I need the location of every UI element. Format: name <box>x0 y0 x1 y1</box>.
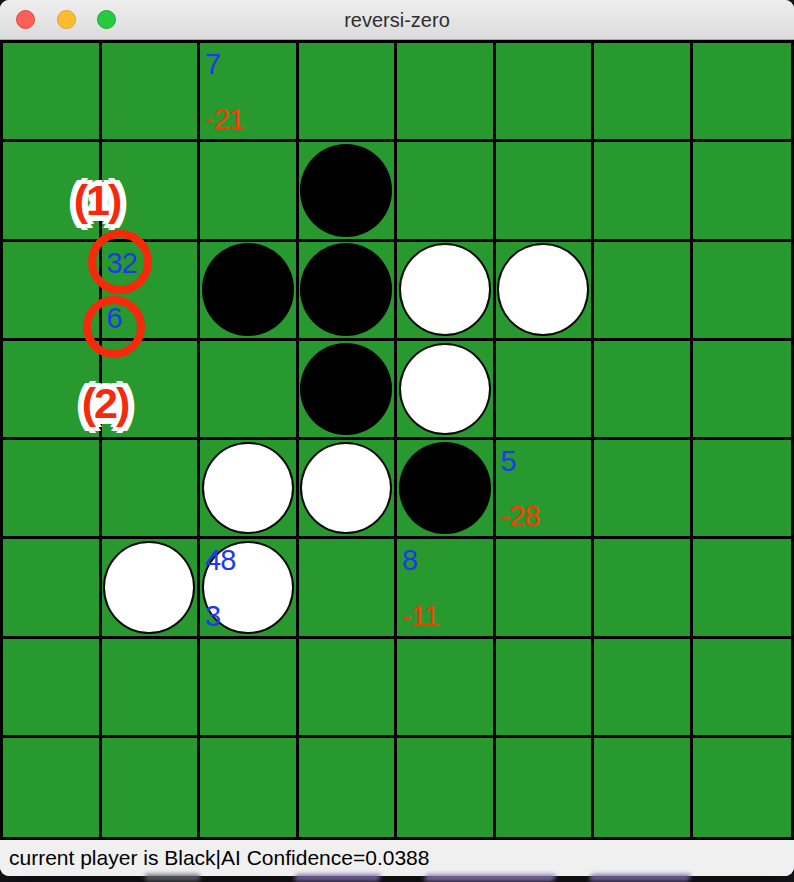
board-cell[interactable] <box>496 341 595 440</box>
background-window-smudge <box>294 874 380 881</box>
background-window-smudge <box>424 874 555 881</box>
board-cell[interactable] <box>102 341 201 440</box>
board-cell[interactable] <box>397 43 496 142</box>
board-cell[interactable] <box>102 539 201 638</box>
black-disc <box>399 442 491 534</box>
board-cell[interactable] <box>693 539 792 638</box>
visit-count: 5 <box>501 447 516 476</box>
value-estimate: 3 <box>205 602 220 631</box>
board-cell[interactable]: 483 <box>200 539 299 638</box>
board-cell[interactable] <box>594 539 693 638</box>
board-cell[interactable] <box>299 738 398 837</box>
board-cell[interactable] <box>3 242 102 341</box>
board-cell[interactable] <box>3 142 102 241</box>
board-cell[interactable] <box>693 738 792 837</box>
board-cell[interactable] <box>594 242 693 341</box>
value-estimate: -21 <box>205 105 244 134</box>
board-cell[interactable] <box>3 738 102 837</box>
board-cell[interactable] <box>299 539 398 638</box>
white-disc <box>497 243 589 335</box>
white-disc <box>103 541 195 633</box>
board-cell[interactable] <box>397 440 496 539</box>
white-disc <box>202 442 294 534</box>
visit-count: 8 <box>402 546 417 575</box>
board-cell[interactable] <box>299 440 398 539</box>
visit-count: 48 <box>205 546 235 575</box>
board-cell[interactable] <box>594 341 693 440</box>
board-cell[interactable] <box>200 738 299 837</box>
black-disc <box>300 144 392 236</box>
board-cell[interactable] <box>397 242 496 341</box>
board-cell[interactable]: 5-28 <box>496 440 595 539</box>
visit-count: 7 <box>205 50 220 79</box>
board-cell[interactable] <box>594 142 693 241</box>
status-text: current player is Black|AI Confidence=0.… <box>9 846 429 869</box>
value-estimate: -28 <box>501 502 540 531</box>
board-cell[interactable] <box>3 440 102 539</box>
background-window-smudge <box>589 874 690 881</box>
white-disc <box>399 243 491 335</box>
board-cell[interactable] <box>693 639 792 738</box>
board-cell[interactable] <box>693 242 792 341</box>
board-cell[interactable]: 7-21 <box>200 43 299 142</box>
board-cell[interactable] <box>102 440 201 539</box>
board-cell[interactable] <box>693 43 792 142</box>
board-cell[interactable] <box>496 738 595 837</box>
board-cell[interactable] <box>102 738 201 837</box>
board-cell[interactable] <box>102 142 201 241</box>
board-cell[interactable]: 8-11 <box>397 539 496 638</box>
board-cell[interactable] <box>594 738 693 837</box>
board-cell[interactable] <box>299 242 398 341</box>
board-cell[interactable] <box>693 440 792 539</box>
value-estimate: -11 <box>402 602 439 631</box>
board-cell[interactable] <box>397 639 496 738</box>
white-disc <box>300 442 392 534</box>
board-cell[interactable] <box>200 142 299 241</box>
board-cell[interactable] <box>496 539 595 638</box>
board-cell[interactable] <box>496 43 595 142</box>
board-cell[interactable] <box>102 43 201 142</box>
board-cell[interactable] <box>299 142 398 241</box>
board-cell[interactable] <box>397 738 496 837</box>
maximize-button[interactable] <box>97 10 116 29</box>
white-disc <box>399 343 491 435</box>
board-cell[interactable] <box>200 341 299 440</box>
board-cell[interactable] <box>594 440 693 539</box>
close-button[interactable] <box>16 10 35 29</box>
board-cell[interactable] <box>3 639 102 738</box>
reversi-board: 7-213265-284838-11 <box>0 40 794 840</box>
board-cell[interactable] <box>693 341 792 440</box>
board-cell[interactable] <box>496 242 595 341</box>
black-disc <box>300 243 392 335</box>
black-disc <box>202 243 294 335</box>
board-cell[interactable] <box>3 43 102 142</box>
board-cell[interactable]: 326 <box>102 242 201 341</box>
app-window: reversi-zero 7-213265-284838-11 (1) (2) … <box>0 0 794 876</box>
background-window-smudge <box>145 874 200 881</box>
board-cell[interactable] <box>397 341 496 440</box>
board-cell[interactable] <box>299 639 398 738</box>
black-disc <box>300 343 392 435</box>
visit-count: 32 <box>107 249 137 278</box>
board-cell[interactable] <box>693 142 792 241</box>
board-cell[interactable] <box>200 440 299 539</box>
board-cell[interactable] <box>397 142 496 241</box>
board-cell[interactable] <box>200 242 299 341</box>
window-title: reversi-zero <box>0 0 794 40</box>
titlebar: reversi-zero <box>0 0 794 40</box>
board-cell[interactable] <box>3 539 102 638</box>
board-cell[interactable] <box>496 639 595 738</box>
status-bar: current player is Black|AI Confidence=0.… <box>0 840 794 876</box>
board-cell[interactable] <box>299 341 398 440</box>
minimize-button[interactable] <box>57 10 76 29</box>
board-cell[interactable] <box>594 639 693 738</box>
value-estimate: 6 <box>107 304 122 333</box>
board-cell[interactable] <box>594 43 693 142</box>
board-cell[interactable] <box>496 142 595 241</box>
desktop-background: reversi-zero 7-213265-284838-11 (1) (2) … <box>0 0 794 882</box>
board-cell[interactable] <box>200 639 299 738</box>
board-cell[interactable] <box>102 639 201 738</box>
board-cell[interactable] <box>3 341 102 440</box>
board-cell[interactable] <box>299 43 398 142</box>
